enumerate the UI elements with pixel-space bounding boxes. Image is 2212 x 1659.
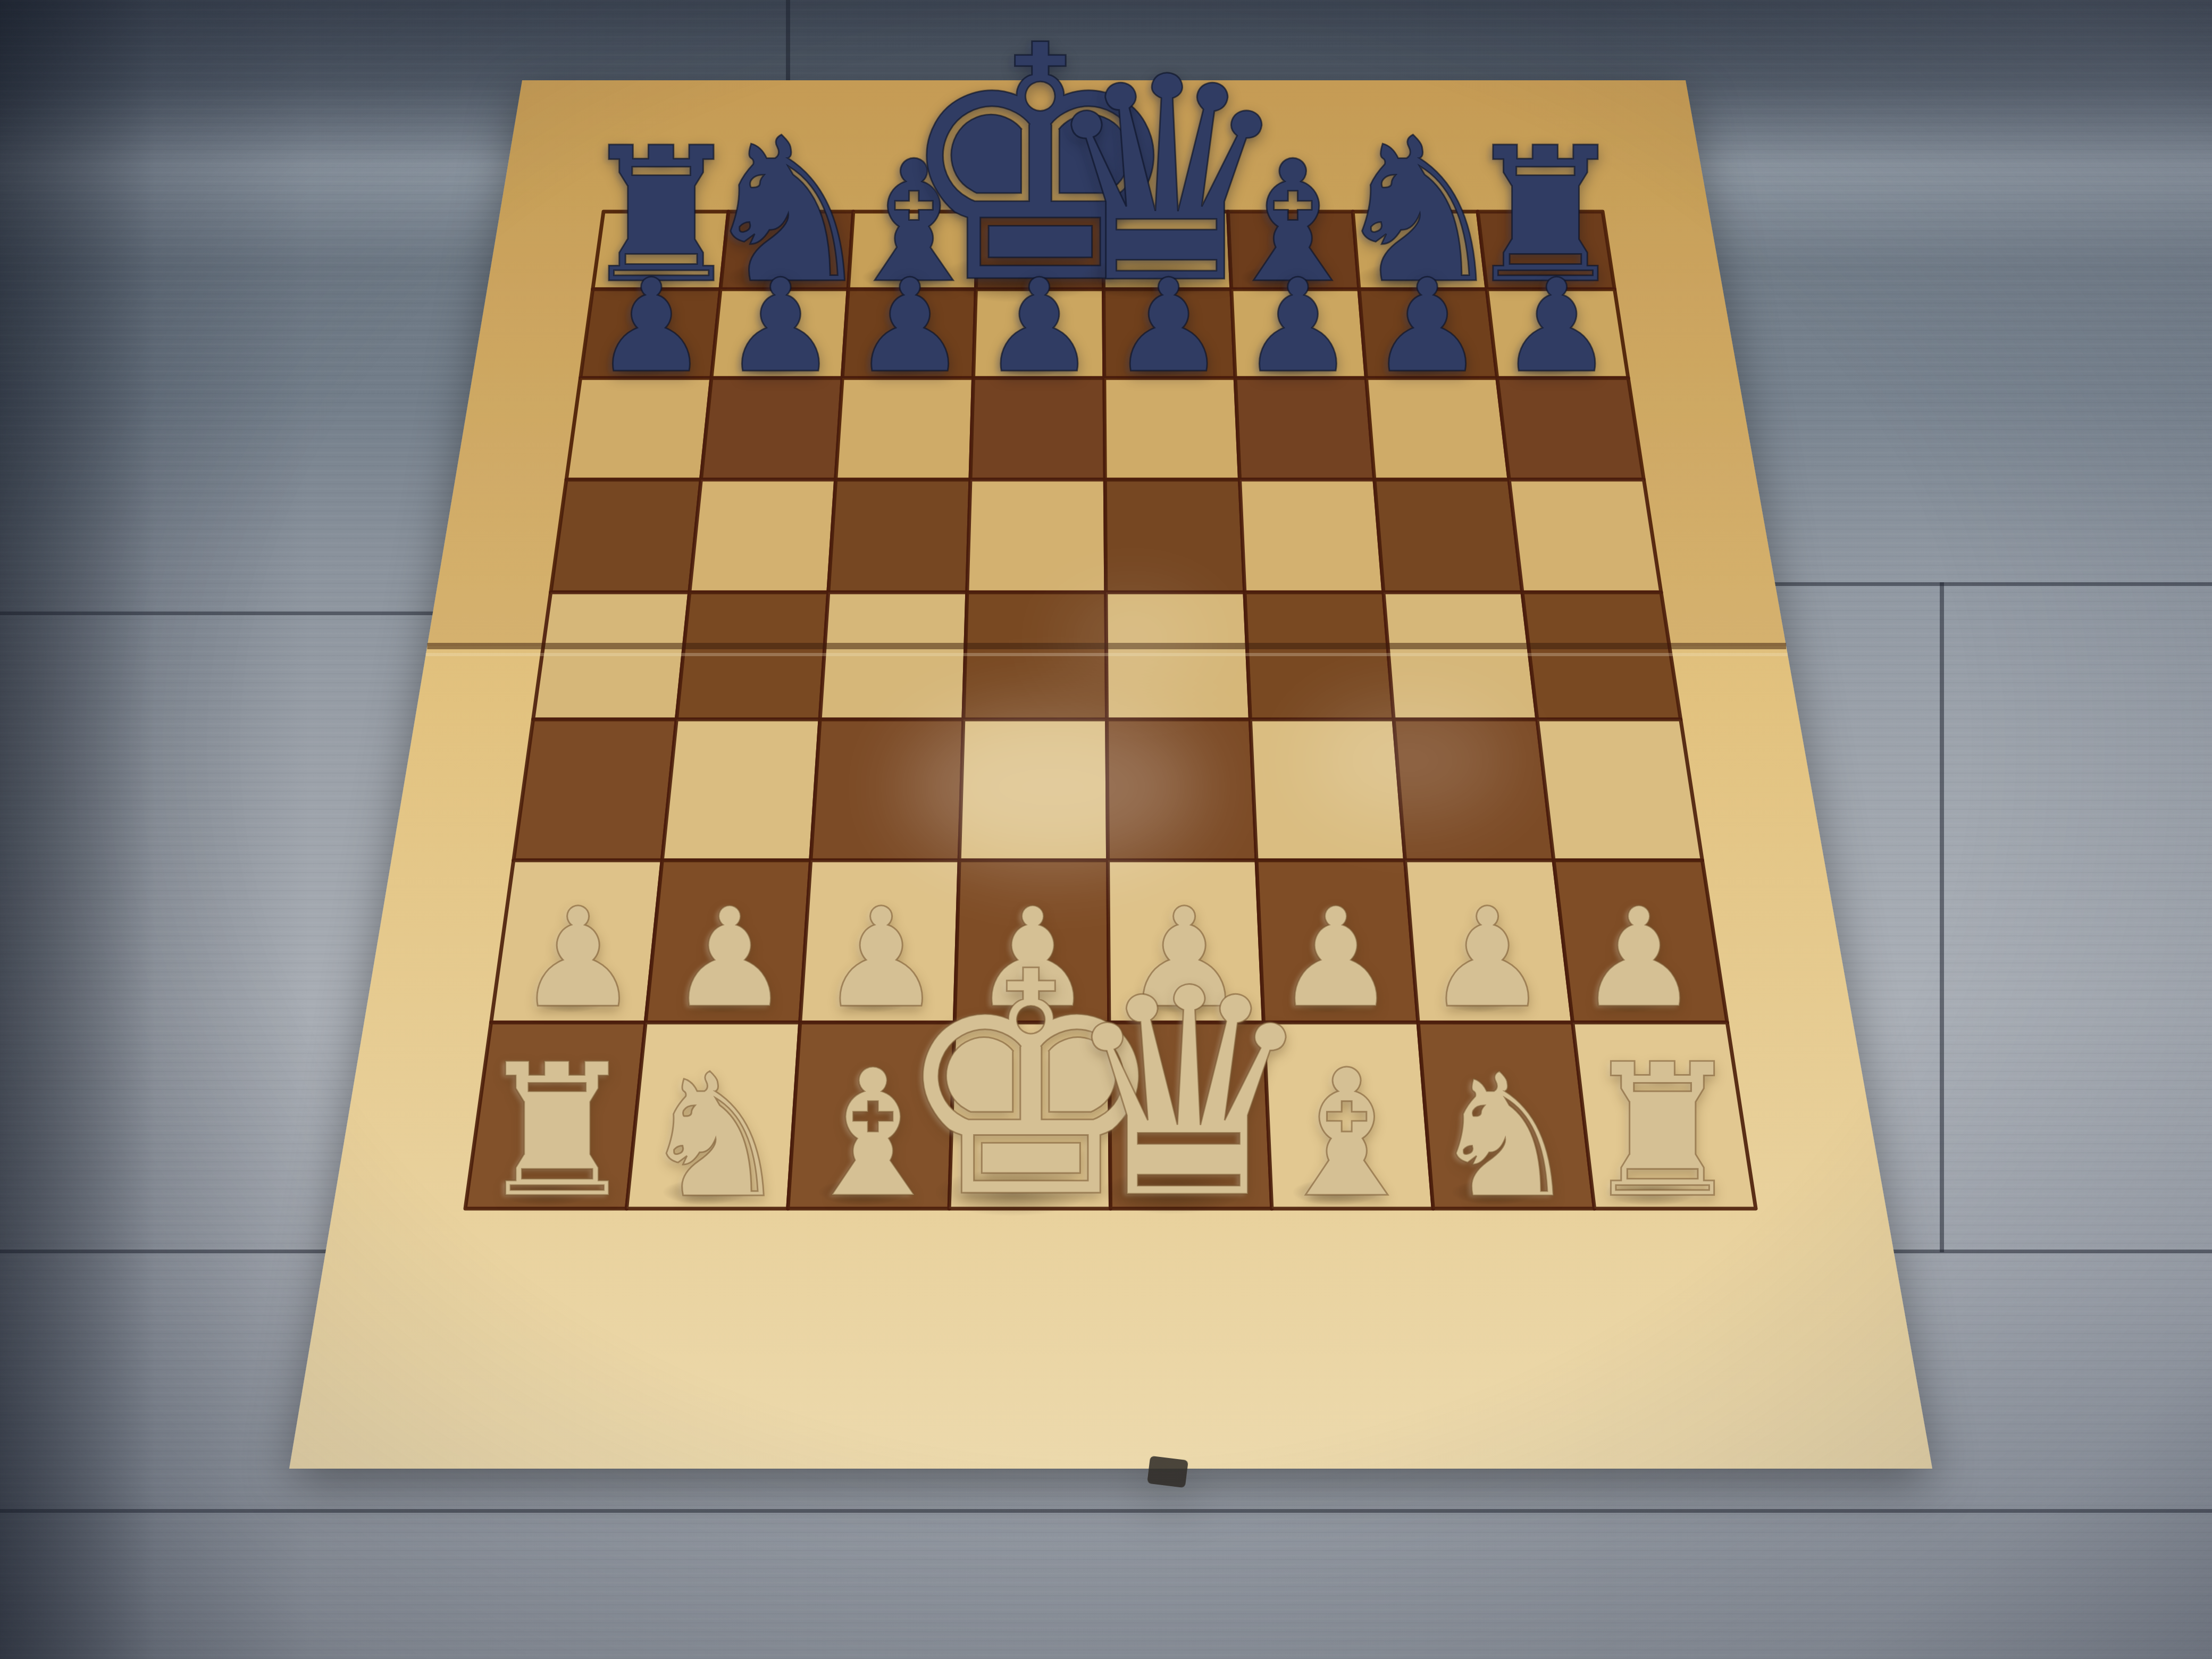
piece-black-pawn-d7: ♟ bbox=[982, 262, 1097, 390]
piece-white-pawn-h2: ♟ bbox=[1578, 890, 1700, 1027]
piece-black-pawn-g7: ♟ bbox=[1370, 262, 1485, 390]
piece-white-knight-g1: ♞ bbox=[1428, 1051, 1581, 1221]
piece-white-pawn-g2: ♟ bbox=[1426, 890, 1549, 1027]
pieces-layer: ♜♞♝♚♛♝♞♜♟♟♟♟♟♟♟♟♟♟♟♟♟♟♟♟♜♞♝♚♛♝♞♜ bbox=[0, 0, 2212, 1659]
piece-white-pawn-a2: ♟ bbox=[517, 890, 640, 1027]
piece-white-bishop-f1: ♝ bbox=[1268, 1046, 1426, 1222]
piece-black-pawn-a7: ♟ bbox=[593, 262, 709, 390]
piece-white-rook-a1: ♜ bbox=[475, 1040, 639, 1223]
piece-black-pawn-h7: ♟ bbox=[1499, 262, 1614, 390]
piece-white-rook-h1: ♜ bbox=[1580, 1040, 1745, 1223]
piece-white-pawn-b2: ♟ bbox=[668, 890, 791, 1027]
photo-scene: ♜♞♝♚♛♝♞♜♟♟♟♟♟♟♟♟♟♟♟♟♟♟♟♟♜♞♝♚♛♝♞♜ bbox=[0, 0, 2212, 1659]
piece-black-pawn-f7: ♟ bbox=[1241, 262, 1356, 390]
piece-white-knight-b1: ♞ bbox=[639, 1051, 791, 1221]
piece-black-pawn-e7: ♟ bbox=[1111, 262, 1226, 390]
piece-black-pawn-b7: ♟ bbox=[723, 262, 839, 390]
piece-black-pawn-c7: ♟ bbox=[852, 262, 968, 390]
